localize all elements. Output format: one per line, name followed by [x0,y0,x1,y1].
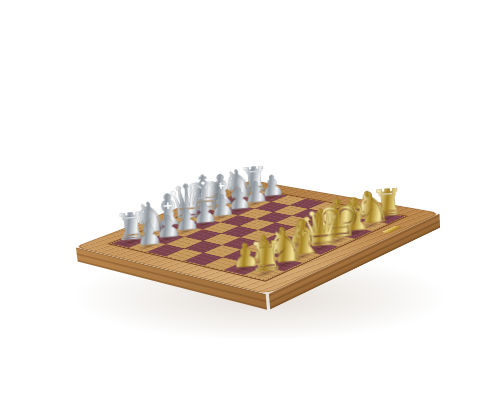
square-a8: ♜ [244,267,284,281]
piece-white-pawn: ♟ [120,219,179,250]
piece-black-rook: ♜ [234,238,298,277]
photo-canvas: ♜♞♝♛♚♝♞♜♟♟♟♟♟♟♟♟♟♟♟♟♟♟♟♟♜♞♝♛♚♝♞♜ [0,0,500,400]
